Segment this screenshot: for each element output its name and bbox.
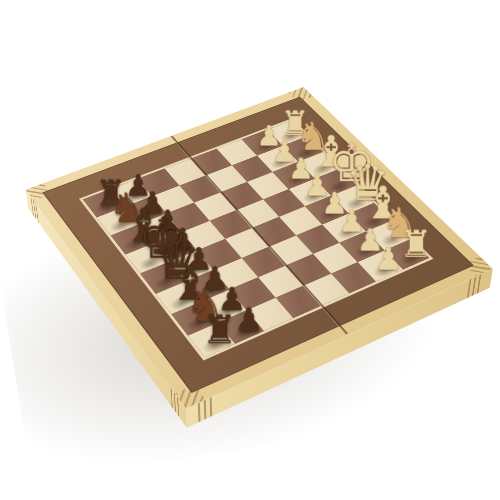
product-photo-scene: ♜♟♟♜♞♟♟♞♝♟♟♝♚♟♟♚♛♟♟♛♝♟♟♝♞♟♟♞♜♟♟♜ bbox=[0, 0, 500, 500]
light-pawn[interactable]: ♟ bbox=[372, 244, 405, 275]
dark-rook[interactable]: ♜ bbox=[202, 310, 237, 349]
square-r4c4[interactable] bbox=[209, 210, 252, 239]
